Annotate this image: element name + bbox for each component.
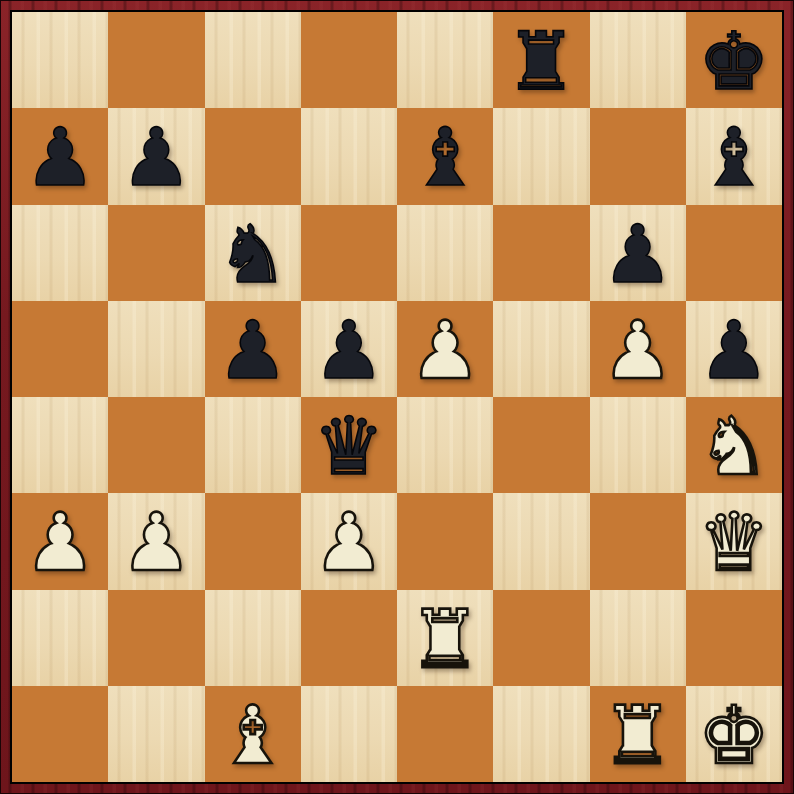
square-d8[interactable]: [301, 12, 397, 108]
square-d5[interactable]: ♟: [301, 301, 397, 397]
square-a6[interactable]: [12, 205, 108, 301]
square-d6[interactable]: [301, 205, 397, 301]
white-queen: ♛: [698, 495, 770, 589]
square-d1[interactable]: [301, 686, 397, 782]
square-d2[interactable]: [301, 590, 397, 686]
square-d3[interactable]: ♟: [301, 493, 397, 589]
square-g7[interactable]: [590, 108, 686, 204]
square-a8[interactable]: [12, 12, 108, 108]
square-f7[interactable]: [493, 108, 589, 204]
square-c5[interactable]: ♟: [205, 301, 301, 397]
square-a5[interactable]: [12, 301, 108, 397]
square-h7[interactable]: ♝: [686, 108, 782, 204]
square-g1[interactable]: ♜: [590, 686, 686, 782]
white-king: ♚: [698, 688, 770, 782]
square-g4[interactable]: [590, 397, 686, 493]
square-h3[interactable]: ♛: [686, 493, 782, 589]
square-b3[interactable]: ♟: [108, 493, 204, 589]
square-f5[interactable]: [493, 301, 589, 397]
white-bishop: ♝: [217, 688, 289, 782]
square-e3[interactable]: [397, 493, 493, 589]
square-c1[interactable]: ♝: [205, 686, 301, 782]
square-g8[interactable]: [590, 12, 686, 108]
black-pawn: ♟: [313, 303, 385, 397]
square-a3[interactable]: ♟: [12, 493, 108, 589]
square-e7[interactable]: ♝: [397, 108, 493, 204]
square-b4[interactable]: [108, 397, 204, 493]
square-f2[interactable]: [493, 590, 589, 686]
square-g6[interactable]: ♟: [590, 205, 686, 301]
square-h6[interactable]: [686, 205, 782, 301]
square-a2[interactable]: [12, 590, 108, 686]
square-h5[interactable]: ♟: [686, 301, 782, 397]
square-a7[interactable]: ♟: [12, 108, 108, 204]
black-knight: ♞: [217, 207, 289, 301]
square-b5[interactable]: [108, 301, 204, 397]
square-e8[interactable]: [397, 12, 493, 108]
black-king: ♚: [698, 14, 770, 108]
board-frame: ♜♚♟♟♝♝♞♟♟♟♟♟♟♛♞♟♟♟♛♜♝♜♚: [0, 0, 794, 794]
square-d4[interactable]: ♛: [301, 397, 397, 493]
black-pawn: ♟: [24, 110, 96, 204]
square-f3[interactable]: [493, 493, 589, 589]
square-e1[interactable]: [397, 686, 493, 782]
white-knight: ♞: [698, 399, 770, 493]
white-pawn: ♟: [602, 303, 674, 397]
square-d7[interactable]: [301, 108, 397, 204]
white-pawn: ♟: [313, 495, 385, 589]
white-pawn: ♟: [121, 495, 193, 589]
square-a4[interactable]: [12, 397, 108, 493]
black-bishop: ♝: [409, 110, 481, 204]
black-pawn: ♟: [121, 110, 193, 204]
white-rook: ♜: [602, 688, 674, 782]
square-f6[interactable]: [493, 205, 589, 301]
square-c4[interactable]: [205, 397, 301, 493]
black-pawn: ♟: [217, 303, 289, 397]
square-b2[interactable]: [108, 590, 204, 686]
square-e4[interactable]: [397, 397, 493, 493]
square-c8[interactable]: [205, 12, 301, 108]
black-rook: ♜: [506, 14, 578, 108]
square-g5[interactable]: ♟: [590, 301, 686, 397]
square-c2[interactable]: [205, 590, 301, 686]
square-b8[interactable]: [108, 12, 204, 108]
square-h2[interactable]: [686, 590, 782, 686]
square-c6[interactable]: ♞: [205, 205, 301, 301]
chess-board: ♜♚♟♟♝♝♞♟♟♟♟♟♟♛♞♟♟♟♛♜♝♜♚: [11, 11, 783, 783]
square-h8[interactable]: ♚: [686, 12, 782, 108]
white-pawn: ♟: [409, 303, 481, 397]
black-queen: ♛: [313, 399, 385, 493]
white-pawn: ♟: [24, 495, 96, 589]
square-b7[interactable]: ♟: [108, 108, 204, 204]
square-f1[interactable]: [493, 686, 589, 782]
square-a1[interactable]: [12, 686, 108, 782]
square-f4[interactable]: [493, 397, 589, 493]
square-h4[interactable]: ♞: [686, 397, 782, 493]
square-g2[interactable]: [590, 590, 686, 686]
square-e6[interactable]: [397, 205, 493, 301]
square-g3[interactable]: [590, 493, 686, 589]
square-f8[interactable]: ♜: [493, 12, 589, 108]
square-b6[interactable]: [108, 205, 204, 301]
black-pawn: ♟: [602, 207, 674, 301]
black-pawn: ♟: [698, 303, 770, 397]
square-c3[interactable]: [205, 493, 301, 589]
square-b1[interactable]: [108, 686, 204, 782]
square-c7[interactable]: [205, 108, 301, 204]
square-e5[interactable]: ♟: [397, 301, 493, 397]
white-rook: ♜: [409, 592, 481, 686]
square-e2[interactable]: ♜: [397, 590, 493, 686]
black-bishop: ♝: [698, 110, 770, 204]
square-h1[interactable]: ♚: [686, 686, 782, 782]
